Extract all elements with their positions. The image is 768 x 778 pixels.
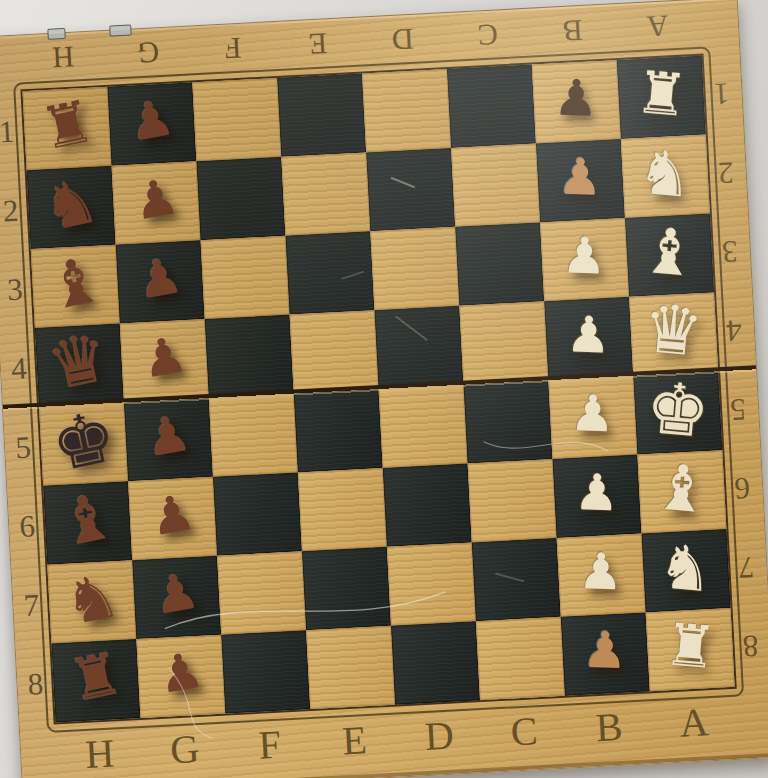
black-pawn-g8[interactable]: ♟: [154, 644, 207, 701]
square-a5[interactable]: ♚: [633, 371, 722, 454]
black-knight-h2[interactable]: ♞: [38, 168, 104, 239]
white-king-a5[interactable]: ♚: [643, 371, 713, 447]
square-a1[interactable]: ♜: [617, 56, 706, 139]
black-pawn-g1[interactable]: ♟: [125, 92, 178, 149]
rank-label-left-2: 2: [0, 170, 31, 251]
square-b3[interactable]: ♟: [540, 218, 629, 301]
rank-label-right-4: 4: [714, 290, 754, 371]
white-queen-a4[interactable]: ♛: [641, 295, 707, 367]
rank-label-left-6: 6: [7, 486, 47, 567]
square-c5[interactable]: [463, 380, 552, 463]
square-e4[interactable]: [290, 310, 379, 393]
square-a7[interactable]: ♞: [642, 529, 731, 612]
square-d3[interactable]: [370, 227, 459, 310]
white-pawn-b4[interactable]: ♟: [565, 309, 612, 361]
square-h1[interactable]: ♜: [23, 87, 112, 170]
white-pawn-b5[interactable]: ♟: [569, 388, 616, 440]
file-label-bottom-e: E: [310, 705, 398, 777]
file-label-top-e: E: [274, 18, 362, 74]
square-f7[interactable]: [217, 551, 306, 634]
rank-label-right-2: 2: [706, 133, 746, 214]
square-a3[interactable]: ♝: [625, 213, 714, 296]
photo-background: HGFEDCBA HGFEDCBA 12345678 12345678 ♜♟♟♜…: [0, 0, 768, 778]
white-rook-a1[interactable]: ♜: [633, 63, 690, 125]
file-label-bottom-h: H: [56, 718, 144, 778]
square-d5[interactable]: [379, 385, 468, 468]
black-pawn-g3[interactable]: ♟: [134, 250, 187, 307]
square-c4[interactable]: [459, 301, 548, 384]
square-f8[interactable]: [221, 630, 310, 713]
square-b6[interactable]: ♟: [552, 455, 641, 538]
black-pawn-g5[interactable]: ♟: [142, 408, 195, 465]
white-pawn-b6[interactable]: ♟: [574, 467, 621, 519]
square-g2[interactable]: ♟: [112, 161, 201, 244]
rank-label-left-8: 8: [16, 644, 56, 725]
square-e8[interactable]: [306, 626, 395, 709]
square-c6[interactable]: [468, 459, 557, 542]
board-grid: ♜♟♟♜♞♟♟♞♝♟♟♝♛♟♟♛♚♟♟♚♝♟♟♝♞♟♟♞♜♟♟♜: [23, 56, 735, 723]
white-bishop-a3[interactable]: ♝: [638, 218, 700, 286]
square-c7[interactable]: [472, 538, 561, 621]
square-h6[interactable]: ♝: [43, 481, 132, 564]
rank-label-right-6: 6: [722, 448, 762, 529]
black-pawn-g4[interactable]: ♟: [138, 329, 191, 386]
file-label-bottom-f: F: [225, 709, 313, 778]
square-d8[interactable]: [391, 621, 480, 704]
square-h4[interactable]: ♛: [35, 324, 124, 407]
rank-label-left-7: 7: [11, 565, 51, 646]
square-h8[interactable]: ♜: [51, 639, 140, 722]
file-label-top-h: H: [20, 31, 108, 87]
square-g8[interactable]: ♟: [136, 635, 225, 718]
square-a4[interactable]: ♛: [629, 292, 718, 375]
file-label-bottom-g: G: [140, 714, 228, 778]
black-rook-h1[interactable]: ♜: [35, 91, 98, 159]
square-d7[interactable]: [387, 542, 476, 625]
rank-label-right-7: 7: [726, 527, 766, 608]
square-c8[interactable]: [476, 617, 565, 700]
rank-label-right-5: 5: [718, 369, 758, 450]
square-b1[interactable]: ♟: [532, 60, 621, 143]
square-f2[interactable]: [196, 157, 285, 240]
file-label-bottom-d: D: [395, 700, 483, 772]
square-d4[interactable]: [374, 306, 463, 389]
white-pawn-b3[interactable]: ♟: [561, 230, 608, 282]
black-pawn-g7[interactable]: ♟: [150, 565, 203, 622]
black-bishop-h6[interactable]: ♝: [53, 483, 121, 556]
square-d6[interactable]: [383, 464, 472, 547]
square-h3[interactable]: ♝: [31, 245, 120, 328]
black-rook-h8[interactable]: ♜: [64, 643, 127, 711]
square-h5[interactable]: ♚: [39, 402, 128, 485]
substitute-pawn-b1[interactable]: ♟: [553, 73, 600, 125]
white-knight-a2[interactable]: ♞: [635, 140, 695, 206]
rank-label-right-3: 3: [710, 212, 750, 293]
white-knight-a7[interactable]: ♞: [656, 534, 716, 600]
file-label-top-f: F: [189, 22, 277, 78]
square-g7[interactable]: ♟: [132, 556, 221, 639]
square-b4[interactable]: ♟: [544, 297, 633, 380]
square-a6[interactable]: ♝: [637, 450, 726, 533]
square-a8[interactable]: ♜: [646, 608, 735, 691]
square-f6[interactable]: [213, 472, 302, 555]
black-pawn-g6[interactable]: ♟: [146, 487, 199, 544]
file-label-top-c: C: [444, 9, 532, 65]
black-knight-h7[interactable]: ♞: [59, 563, 125, 634]
square-g3[interactable]: ♟: [116, 240, 205, 323]
square-d1[interactable]: [362, 69, 451, 152]
black-king-h5[interactable]: ♚: [45, 399, 122, 482]
square-h7[interactable]: ♞: [47, 560, 136, 643]
square-d2[interactable]: [366, 148, 455, 231]
square-b7[interactable]: ♟: [557, 534, 646, 617]
square-f4[interactable]: [205, 315, 294, 398]
rank-label-left-5: 5: [3, 407, 43, 488]
square-e3[interactable]: [285, 231, 374, 314]
square-b8[interactable]: ♟: [561, 612, 650, 695]
square-e6[interactable]: [298, 468, 387, 551]
square-e7[interactable]: [302, 547, 391, 630]
square-e1[interactable]: [277, 73, 366, 156]
hinge-clasp: [47, 28, 66, 40]
square-c1[interactable]: [447, 65, 536, 148]
white-rook-a8[interactable]: ♜: [662, 615, 719, 677]
square-b5[interactable]: ♟: [548, 376, 637, 459]
hinge-clasp: [109, 25, 132, 37]
square-f3[interactable]: [201, 236, 290, 319]
square-f5[interactable]: [209, 394, 298, 477]
square-g6[interactable]: ♟: [128, 477, 217, 560]
white-pawn-b2[interactable]: ♟: [557, 151, 604, 203]
black-pawn-g2[interactable]: ♟: [129, 171, 182, 228]
square-b2[interactable]: ♟: [536, 139, 625, 222]
chess-board: HGFEDCBA HGFEDCBA 12345678 12345678 ♜♟♟♜…: [0, 0, 768, 778]
square-g4[interactable]: ♟: [120, 319, 209, 402]
black-bishop-h3[interactable]: ♝: [41, 246, 109, 319]
file-label-bottom-b: B: [565, 691, 653, 763]
file-label-top-a: A: [614, 0, 702, 56]
rank-label-left-4: 4: [0, 328, 39, 409]
square-e2[interactable]: [281, 152, 370, 235]
square-c2[interactable]: [451, 143, 540, 226]
square-h2[interactable]: ♞: [27, 166, 116, 249]
square-f1[interactable]: [192, 78, 281, 161]
file-label-top-d: D: [359, 13, 447, 69]
square-a2[interactable]: ♞: [621, 135, 710, 218]
rank-label-left-3: 3: [0, 249, 35, 330]
white-pawn-b7[interactable]: ♟: [578, 546, 625, 598]
file-label-bottom-c: C: [480, 696, 568, 768]
file-label-bottom-a: A: [650, 687, 738, 759]
rank-label-right-1: 1: [702, 54, 742, 135]
square-g1[interactable]: ♟: [107, 82, 196, 165]
square-c3[interactable]: [455, 222, 544, 305]
rank-label-right-8: 8: [731, 606, 768, 687]
square-e5[interactable]: [294, 389, 383, 472]
file-label-top-b: B: [529, 4, 617, 60]
square-g5[interactable]: ♟: [124, 398, 213, 481]
black-queen-h4[interactable]: ♛: [43, 323, 116, 401]
white-bishop-a6[interactable]: ♝: [651, 454, 713, 522]
white-pawn-b8[interactable]: ♟: [582, 625, 629, 677]
